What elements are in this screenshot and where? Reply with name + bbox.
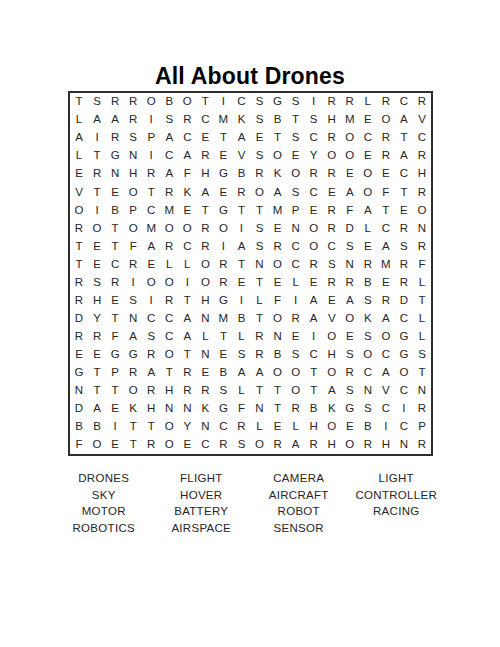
- grid-cell[interactable]: E: [232, 273, 250, 291]
- grid-cell[interactable]: T: [178, 346, 196, 364]
- grid-cell[interactable]: R: [341, 273, 359, 291]
- grid-cell[interactable]: V: [377, 382, 395, 400]
- grid-cell[interactable]: P: [124, 201, 142, 219]
- grid-cell[interactable]: O: [305, 237, 323, 255]
- grid-cell[interactable]: V: [413, 111, 431, 129]
- grid-cell[interactable]: O: [269, 147, 287, 165]
- grid-cell[interactable]: N: [196, 418, 214, 436]
- grid-cell[interactable]: T: [250, 201, 268, 219]
- grid-cell[interactable]: V: [70, 183, 88, 201]
- grid-cell[interactable]: E: [106, 292, 124, 310]
- grid-cell[interactable]: C: [359, 364, 377, 382]
- grid-cell[interactable]: B: [214, 364, 232, 382]
- grid-cell[interactable]: S: [359, 400, 377, 418]
- grid-cell[interactable]: S: [250, 219, 268, 237]
- grid-cell[interactable]: R: [124, 111, 142, 129]
- grid-cell[interactable]: L: [250, 418, 268, 436]
- grid-cell[interactable]: E: [305, 273, 323, 291]
- grid-cell[interactable]: G: [124, 346, 142, 364]
- grid-cell[interactable]: K: [359, 310, 377, 328]
- grid-cell[interactable]: R: [214, 255, 232, 273]
- grid-cell[interactable]: T: [106, 237, 124, 255]
- grid-cell[interactable]: O: [196, 273, 214, 291]
- grid-cell[interactable]: T: [287, 111, 305, 129]
- grid-cell[interactable]: R: [341, 93, 359, 111]
- grid-cell[interactable]: R: [323, 273, 341, 291]
- grid-cell[interactable]: R: [323, 165, 341, 183]
- grid-cell[interactable]: O: [124, 183, 142, 201]
- grid-cell[interactable]: H: [88, 292, 106, 310]
- grid-cell[interactable]: I: [106, 418, 124, 436]
- grid-cell[interactable]: T: [88, 147, 106, 165]
- grid-cell[interactable]: T: [106, 219, 124, 237]
- grid-cell[interactable]: C: [395, 418, 413, 436]
- grid-cell[interactable]: T: [232, 201, 250, 219]
- grid-cell[interactable]: A: [232, 237, 250, 255]
- grid-cell[interactable]: D: [70, 310, 88, 328]
- grid-cell[interactable]: R: [269, 237, 287, 255]
- grid-cell[interactable]: T: [269, 382, 287, 400]
- grid-cell[interactable]: S: [232, 346, 250, 364]
- grid-cell[interactable]: S: [124, 129, 142, 147]
- grid-cell[interactable]: I: [178, 273, 196, 291]
- grid-cell[interactable]: C: [160, 310, 178, 328]
- grid-cell[interactable]: O: [214, 219, 232, 237]
- grid-cell[interactable]: R: [359, 255, 377, 273]
- grid-cell[interactable]: O: [323, 364, 341, 382]
- grid-cell[interactable]: R: [359, 436, 377, 454]
- grid-cell[interactable]: K: [178, 183, 196, 201]
- grid-cell[interactable]: N: [124, 147, 142, 165]
- grid-cell[interactable]: A: [395, 111, 413, 129]
- grid-cell[interactable]: G: [214, 165, 232, 183]
- grid-cell[interactable]: I: [214, 237, 232, 255]
- grid-cell[interactable]: D: [70, 400, 88, 418]
- grid-cell[interactable]: O: [341, 436, 359, 454]
- grid-cell[interactable]: E: [359, 111, 377, 129]
- grid-cell[interactable]: A: [88, 111, 106, 129]
- grid-cell[interactable]: S: [341, 237, 359, 255]
- grid-cell[interactable]: R: [305, 165, 323, 183]
- grid-cell[interactable]: A: [124, 328, 142, 346]
- grid-cell[interactable]: R: [142, 346, 160, 364]
- grid-cell[interactable]: S: [395, 237, 413, 255]
- grid-cell[interactable]: R: [160, 292, 178, 310]
- grid-cell[interactable]: G: [341, 400, 359, 418]
- grid-cell[interactable]: C: [178, 129, 196, 147]
- grid-cell[interactable]: C: [142, 310, 160, 328]
- grid-cell[interactable]: B: [305, 400, 323, 418]
- grid-cell[interactable]: C: [178, 237, 196, 255]
- grid-cell[interactable]: R: [250, 328, 268, 346]
- grid-cell[interactable]: N: [106, 165, 124, 183]
- grid-cell[interactable]: C: [232, 93, 250, 111]
- grid-cell[interactable]: S: [287, 183, 305, 201]
- grid-cell[interactable]: L: [413, 328, 431, 346]
- grid-cell[interactable]: C: [395, 382, 413, 400]
- grid-cell[interactable]: L: [359, 219, 377, 237]
- grid-cell[interactable]: H: [323, 111, 341, 129]
- grid-cell[interactable]: N: [196, 346, 214, 364]
- grid-cell[interactable]: C: [377, 346, 395, 364]
- grid-cell[interactable]: E: [341, 418, 359, 436]
- grid-cell[interactable]: E: [359, 147, 377, 165]
- grid-cell[interactable]: G: [395, 346, 413, 364]
- grid-cell[interactable]: G: [70, 364, 88, 382]
- grid-cell[interactable]: M: [269, 201, 287, 219]
- grid-cell[interactable]: F: [377, 183, 395, 201]
- grid-cell[interactable]: T: [178, 292, 196, 310]
- grid-cell[interactable]: O: [287, 165, 305, 183]
- grid-cell[interactable]: S: [287, 129, 305, 147]
- grid-cell[interactable]: O: [323, 147, 341, 165]
- grid-cell[interactable]: I: [287, 292, 305, 310]
- grid-cell[interactable]: H: [196, 292, 214, 310]
- grid-cell[interactable]: K: [323, 400, 341, 418]
- grid-cell[interactable]: O: [178, 93, 196, 111]
- grid-cell[interactable]: N: [124, 310, 142, 328]
- grid-cell[interactable]: R: [142, 436, 160, 454]
- grid-cell[interactable]: L: [178, 255, 196, 273]
- grid-cell[interactable]: L: [359, 93, 377, 111]
- grid-cell[interactable]: F: [232, 400, 250, 418]
- grid-cell[interactable]: C: [287, 237, 305, 255]
- grid-cell[interactable]: L: [160, 255, 178, 273]
- grid-cell[interactable]: E: [377, 165, 395, 183]
- grid-cell[interactable]: H: [323, 346, 341, 364]
- grid-cell[interactable]: S: [142, 328, 160, 346]
- grid-cell[interactable]: O: [142, 93, 160, 111]
- grid-cell[interactable]: L: [413, 273, 431, 291]
- grid-cell[interactable]: C: [196, 436, 214, 454]
- grid-cell[interactable]: R: [214, 273, 232, 291]
- grid-cell[interactable]: B: [88, 418, 106, 436]
- grid-cell[interactable]: S: [214, 382, 232, 400]
- grid-cell[interactable]: R: [323, 201, 341, 219]
- grid-cell[interactable]: E: [377, 273, 395, 291]
- grid-cell[interactable]: I: [142, 111, 160, 129]
- grid-cell[interactable]: O: [269, 310, 287, 328]
- grid-cell[interactable]: N: [269, 328, 287, 346]
- grid-cell[interactable]: N: [178, 400, 196, 418]
- grid-cell[interactable]: C: [287, 255, 305, 273]
- grid-cell[interactable]: L: [232, 328, 250, 346]
- grid-cell[interactable]: R: [269, 436, 287, 454]
- grid-cell[interactable]: T: [250, 382, 268, 400]
- grid-cell[interactable]: R: [196, 219, 214, 237]
- grid-cell[interactable]: E: [323, 292, 341, 310]
- grid-cell[interactable]: T: [413, 292, 431, 310]
- grid-cell[interactable]: I: [305, 328, 323, 346]
- grid-cell[interactable]: D: [341, 219, 359, 237]
- grid-cell[interactable]: P: [106, 364, 124, 382]
- grid-cell[interactable]: M: [142, 219, 160, 237]
- grid-cell[interactable]: L: [70, 111, 88, 129]
- grid-cell[interactable]: L: [196, 328, 214, 346]
- grid-cell[interactable]: R: [106, 93, 124, 111]
- grid-cell[interactable]: F: [106, 328, 124, 346]
- grid-cell[interactable]: R: [413, 237, 431, 255]
- grid-cell[interactable]: T: [232, 255, 250, 273]
- grid-cell[interactable]: I: [142, 292, 160, 310]
- grid-cell[interactable]: K: [232, 111, 250, 129]
- grid-cell[interactable]: A: [359, 201, 377, 219]
- grid-cell[interactable]: I: [377, 418, 395, 436]
- grid-cell[interactable]: O: [160, 436, 178, 454]
- grid-cell[interactable]: B: [232, 165, 250, 183]
- grid-cell[interactable]: H: [305, 418, 323, 436]
- grid-cell[interactable]: R: [341, 364, 359, 382]
- grid-cell[interactable]: R: [377, 93, 395, 111]
- grid-cell[interactable]: G: [106, 147, 124, 165]
- grid-cell[interactable]: R: [377, 147, 395, 165]
- grid-cell[interactable]: R: [106, 273, 124, 291]
- grid-cell[interactable]: L: [413, 310, 431, 328]
- grid-cell[interactable]: C: [323, 237, 341, 255]
- grid-cell[interactable]: R: [124, 93, 142, 111]
- grid-cell[interactable]: T: [88, 382, 106, 400]
- grid-cell[interactable]: C: [413, 129, 431, 147]
- grid-cell[interactable]: E: [287, 328, 305, 346]
- grid-cell[interactable]: R: [413, 183, 431, 201]
- grid-cell[interactable]: K: [269, 165, 287, 183]
- grid-cell[interactable]: S: [287, 346, 305, 364]
- grid-cell[interactable]: A: [142, 364, 160, 382]
- grid-cell[interactable]: L: [287, 273, 305, 291]
- grid-cell[interactable]: R: [323, 129, 341, 147]
- grid-cell[interactable]: G: [269, 93, 287, 111]
- grid-cell[interactable]: E: [395, 201, 413, 219]
- grid-cell[interactable]: C: [196, 111, 214, 129]
- grid-cell[interactable]: R: [124, 364, 142, 382]
- grid-cell[interactable]: O: [124, 382, 142, 400]
- grid-cell[interactable]: A: [323, 382, 341, 400]
- grid-cell[interactable]: C: [305, 129, 323, 147]
- grid-cell[interactable]: E: [341, 165, 359, 183]
- grid-cell[interactable]: R: [160, 183, 178, 201]
- grid-cell[interactable]: T: [305, 364, 323, 382]
- grid-cell[interactable]: T: [106, 382, 124, 400]
- grid-cell[interactable]: O: [359, 165, 377, 183]
- grid-cell[interactable]: C: [160, 328, 178, 346]
- grid-cell[interactable]: T: [70, 255, 88, 273]
- grid-cell[interactable]: I: [232, 292, 250, 310]
- grid-cell[interactable]: I: [232, 219, 250, 237]
- grid-cell[interactable]: R: [70, 328, 88, 346]
- grid-cell[interactable]: R: [70, 219, 88, 237]
- grid-cell[interactable]: T: [413, 364, 431, 382]
- grid-cell[interactable]: O: [160, 346, 178, 364]
- grid-cell[interactable]: E: [70, 165, 88, 183]
- grid-cell[interactable]: T: [142, 418, 160, 436]
- grid-cell[interactable]: C: [160, 147, 178, 165]
- grid-cell[interactable]: R: [323, 93, 341, 111]
- grid-cell[interactable]: E: [359, 237, 377, 255]
- grid-cell[interactable]: G: [214, 292, 232, 310]
- grid-cell[interactable]: A: [377, 364, 395, 382]
- grid-cell[interactable]: O: [413, 201, 431, 219]
- grid-cell[interactable]: A: [88, 400, 106, 418]
- grid-cell[interactable]: R: [413, 400, 431, 418]
- grid-cell[interactable]: L: [250, 292, 268, 310]
- grid-cell[interactable]: R: [250, 165, 268, 183]
- grid-cell[interactable]: D: [395, 292, 413, 310]
- grid-cell[interactable]: A: [305, 292, 323, 310]
- grid-cell[interactable]: A: [178, 147, 196, 165]
- grid-cell[interactable]: C: [395, 310, 413, 328]
- grid-cell[interactable]: E: [142, 255, 160, 273]
- grid-cell[interactable]: E: [178, 436, 196, 454]
- grid-cell[interactable]: E: [196, 364, 214, 382]
- grid-cell[interactable]: H: [413, 165, 431, 183]
- grid-cell[interactable]: C: [106, 255, 124, 273]
- grid-cell[interactable]: O: [359, 183, 377, 201]
- grid-cell[interactable]: O: [178, 219, 196, 237]
- grid-cell[interactable]: A: [341, 183, 359, 201]
- grid-cell[interactable]: H: [323, 436, 341, 454]
- grid-cell[interactable]: O: [88, 219, 106, 237]
- grid-cell[interactable]: T: [88, 364, 106, 382]
- grid-cell[interactable]: S: [359, 292, 377, 310]
- grid-cell[interactable]: E: [88, 237, 106, 255]
- grid-cell[interactable]: B: [269, 346, 287, 364]
- grid-cell[interactable]: O: [269, 255, 287, 273]
- grid-cell[interactable]: M: [214, 111, 232, 129]
- grid-cell[interactable]: O: [160, 219, 178, 237]
- grid-cell[interactable]: O: [196, 255, 214, 273]
- grid-cell[interactable]: T: [269, 400, 287, 418]
- grid-cell[interactable]: R: [395, 255, 413, 273]
- grid-cell[interactable]: R: [196, 237, 214, 255]
- grid-cell[interactable]: T: [269, 129, 287, 147]
- grid-cell[interactable]: E: [250, 129, 268, 147]
- grid-cell[interactable]: E: [214, 147, 232, 165]
- grid-cell[interactable]: A: [287, 436, 305, 454]
- grid-cell[interactable]: R: [88, 328, 106, 346]
- grid-cell[interactable]: A: [106, 111, 124, 129]
- grid-cell[interactable]: R: [70, 273, 88, 291]
- grid-cell[interactable]: A: [377, 237, 395, 255]
- grid-cell[interactable]: E: [196, 129, 214, 147]
- grid-cell[interactable]: C: [395, 165, 413, 183]
- grid-cell[interactable]: N: [413, 219, 431, 237]
- grid-cell[interactable]: O: [341, 129, 359, 147]
- grid-cell[interactable]: T: [395, 183, 413, 201]
- grid-cell[interactable]: P: [287, 201, 305, 219]
- grid-cell[interactable]: R: [413, 93, 431, 111]
- grid-cell[interactable]: H: [377, 436, 395, 454]
- grid-cell[interactable]: N: [359, 382, 377, 400]
- grid-cell[interactable]: A: [250, 364, 268, 382]
- grid-cell[interactable]: O: [124, 219, 142, 237]
- grid-cell[interactable]: A: [70, 129, 88, 147]
- grid-cell[interactable]: A: [178, 310, 196, 328]
- grid-cell[interactable]: E: [323, 183, 341, 201]
- grid-cell[interactable]: K: [196, 400, 214, 418]
- grid-cell[interactable]: B: [70, 418, 88, 436]
- grid-cell[interactable]: N: [413, 382, 431, 400]
- grid-cell[interactable]: F: [341, 201, 359, 219]
- grid-cell[interactable]: E: [341, 328, 359, 346]
- grid-cell[interactable]: I: [142, 147, 160, 165]
- grid-cell[interactable]: Y: [178, 418, 196, 436]
- grid-cell[interactable]: A: [377, 310, 395, 328]
- grid-cell[interactable]: P: [142, 129, 160, 147]
- grid-cell[interactable]: O: [323, 418, 341, 436]
- grid-cell[interactable]: G: [214, 400, 232, 418]
- grid-cell[interactable]: R: [377, 292, 395, 310]
- grid-cell[interactable]: R: [106, 129, 124, 147]
- grid-cell[interactable]: T: [395, 129, 413, 147]
- grid-cell[interactable]: O: [250, 183, 268, 201]
- grid-cell[interactable]: B: [106, 201, 124, 219]
- grid-cell[interactable]: H: [142, 400, 160, 418]
- grid-cell[interactable]: E: [214, 346, 232, 364]
- grid-cell[interactable]: A: [160, 129, 178, 147]
- grid-cell[interactable]: E: [269, 219, 287, 237]
- grid-cell[interactable]: T: [88, 183, 106, 201]
- grid-cell[interactable]: C: [377, 219, 395, 237]
- grid-cell[interactable]: R: [160, 237, 178, 255]
- grid-cell[interactable]: F: [70, 436, 88, 454]
- grid-cell[interactable]: G: [214, 201, 232, 219]
- grid-cell[interactable]: E: [214, 183, 232, 201]
- grid-cell[interactable]: A: [395, 147, 413, 165]
- grid-cell[interactable]: O: [395, 364, 413, 382]
- grid-cell[interactable]: L: [70, 147, 88, 165]
- grid-cell[interactable]: A: [305, 310, 323, 328]
- grid-cell[interactable]: M: [377, 255, 395, 273]
- grid-cell[interactable]: A: [160, 165, 178, 183]
- grid-cell[interactable]: S: [250, 111, 268, 129]
- grid-cell[interactable]: S: [88, 93, 106, 111]
- grid-cell[interactable]: C: [214, 418, 232, 436]
- grid-cell[interactable]: T: [106, 310, 124, 328]
- grid-cell[interactable]: B: [359, 273, 377, 291]
- grid-cell[interactable]: R: [232, 418, 250, 436]
- grid-cell[interactable]: H: [196, 165, 214, 183]
- grid-cell[interactable]: T: [70, 237, 88, 255]
- grid-cell[interactable]: R: [232, 183, 250, 201]
- grid-cell[interactable]: I: [88, 129, 106, 147]
- grid-cell[interactable]: E: [70, 346, 88, 364]
- grid-cell[interactable]: O: [377, 111, 395, 129]
- grid-cell[interactable]: T: [124, 418, 142, 436]
- grid-cell[interactable]: F: [269, 292, 287, 310]
- grid-cell[interactable]: C: [377, 400, 395, 418]
- grid-cell[interactable]: A: [142, 237, 160, 255]
- grid-cell[interactable]: T: [214, 328, 232, 346]
- grid-cell[interactable]: S: [250, 93, 268, 111]
- grid-cell[interactable]: S: [341, 346, 359, 364]
- grid-cell[interactable]: S: [413, 346, 431, 364]
- grid-cell[interactable]: R: [413, 147, 431, 165]
- grid-cell[interactable]: S: [341, 382, 359, 400]
- grid-cell[interactable]: R: [178, 111, 196, 129]
- grid-cell[interactable]: E: [305, 201, 323, 219]
- grid-cell[interactable]: O: [250, 436, 268, 454]
- grid-cell[interactable]: R: [196, 147, 214, 165]
- grid-cell[interactable]: N: [250, 255, 268, 273]
- grid-cell[interactable]: B: [232, 310, 250, 328]
- grid-cell[interactable]: M: [160, 201, 178, 219]
- grid-cell[interactable]: L: [287, 418, 305, 436]
- grid-cell[interactable]: R: [287, 310, 305, 328]
- grid-cell[interactable]: E: [269, 418, 287, 436]
- grid-cell[interactable]: H: [160, 382, 178, 400]
- grid-cell[interactable]: O: [70, 201, 88, 219]
- grid-cell[interactable]: B: [359, 418, 377, 436]
